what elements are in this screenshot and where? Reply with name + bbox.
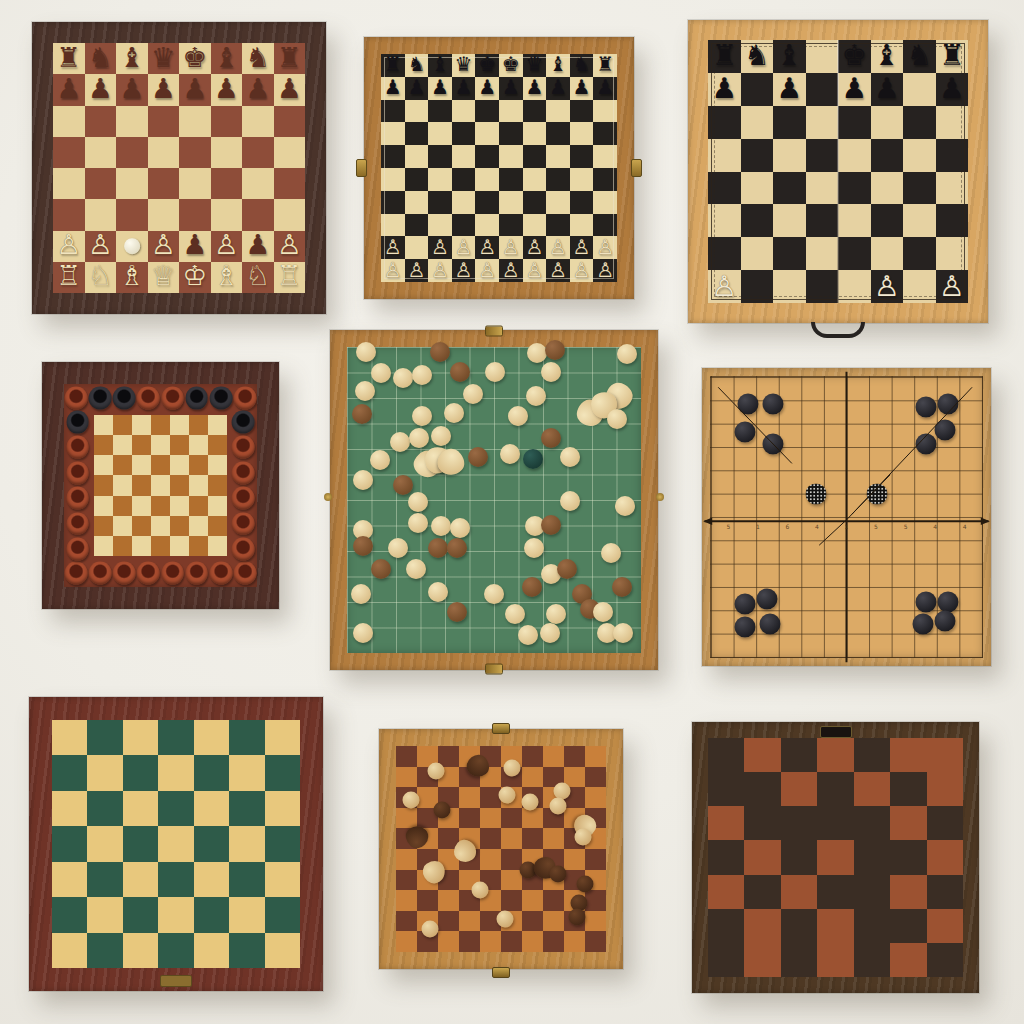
board-square [87, 933, 122, 968]
game-piece-black-stone [760, 614, 781, 635]
chess-piece: ♞ [744, 41, 770, 70]
board-square [708, 943, 744, 977]
game-piece-cream [560, 447, 580, 467]
game-piece-black-stone [738, 394, 759, 415]
board-square [381, 100, 405, 123]
board-square [741, 106, 774, 139]
board-square [744, 772, 780, 806]
board-square [208, 496, 227, 516]
chess-piece: ♗ [214, 263, 239, 291]
board-square [744, 806, 780, 840]
board-square [179, 199, 211, 230]
board-square [151, 415, 170, 435]
green-felt-grid-board [330, 330, 658, 670]
board-square [242, 199, 274, 230]
board-square [189, 536, 208, 556]
chess-piece: ♛ [455, 55, 473, 75]
game-piece-cream [497, 911, 514, 928]
board-square [405, 100, 429, 123]
game-piece-cream [463, 384, 483, 404]
board-square [53, 137, 85, 168]
plaque-top [820, 726, 852, 738]
board-square [546, 191, 570, 214]
board-square [452, 100, 476, 123]
chess-piece: ♝ [431, 55, 449, 75]
board-square [708, 909, 744, 943]
board-square [52, 933, 87, 968]
tray-piece-brown [232, 411, 255, 434]
board-square [501, 808, 522, 829]
game-piece-brown [577, 876, 594, 893]
board-square [94, 455, 113, 475]
board-square [428, 191, 452, 214]
board-square [179, 168, 211, 199]
board-square [903, 73, 936, 106]
board-square [546, 145, 570, 168]
game-piece-cream [450, 518, 470, 538]
game-piece-cream [431, 516, 451, 536]
game-piece-cream [500, 444, 520, 464]
chess-piece: ♟ [525, 77, 543, 97]
checkerboard-green-gold [29, 697, 323, 991]
game-piece-black-stone [912, 614, 933, 635]
chess-piece: ♗ [119, 263, 144, 291]
game-piece-brown [352, 404, 372, 424]
board-square [546, 122, 570, 145]
chess-piece: ♙ [151, 231, 176, 259]
board-square [854, 875, 890, 909]
board-square [189, 455, 208, 475]
board-square [438, 931, 459, 952]
board-square [94, 475, 113, 495]
board-square [274, 106, 306, 137]
game-piece-cream [613, 623, 633, 643]
axis-number: 5 [874, 523, 878, 530]
checkerboard-box-oak [379, 729, 623, 969]
board-square [189, 496, 208, 516]
board-square [194, 720, 229, 755]
board-square [151, 435, 170, 455]
board-square [936, 139, 969, 172]
board-square [123, 826, 158, 861]
board-square [158, 933, 193, 968]
board-square [871, 237, 904, 270]
board-square [708, 738, 744, 772]
board-square [396, 767, 417, 788]
board-square [890, 943, 926, 977]
chess-piece: ♞ [88, 44, 113, 72]
game-piece-cream [355, 381, 375, 401]
board-square [708, 237, 741, 270]
board-square [208, 435, 227, 455]
board-square [148, 106, 180, 137]
tray-piece-maroon-cup [89, 561, 112, 584]
tray-piece-maroon-cup [234, 387, 257, 410]
board-square [52, 755, 87, 790]
board-square [151, 475, 170, 495]
chess-piece: ♙ [874, 271, 900, 300]
chess-piece: ♙ [431, 260, 449, 280]
board-square [151, 516, 170, 536]
chess-piece: ♜ [711, 41, 737, 70]
board-square [189, 435, 208, 455]
board-square [396, 849, 417, 870]
chess-piece: ♟ [151, 75, 176, 103]
board-square [927, 738, 963, 772]
board-square [208, 516, 227, 536]
game-piece-black-stone [937, 591, 958, 612]
game-piece-cream [444, 403, 464, 423]
game-piece-speckled-stone [866, 484, 887, 505]
board-square [871, 106, 904, 139]
game-piece-cream [546, 604, 566, 624]
game-piece-brown [557, 559, 577, 579]
game-piece-black-stone [915, 433, 936, 454]
game-piece-brown [353, 536, 373, 556]
game-piece-cream [409, 428, 429, 448]
board-square [242, 137, 274, 168]
board-square [396, 746, 417, 767]
chess-board-oak-10x10: ♜♞♝♛♚♚♛♝♞♜♟♟♟♟♟♟♟♟♟♟♙♙♙♙♙♙♙♙♙♙♙♙♙♙♙♙♙♙♙ [364, 37, 634, 299]
board-square [741, 237, 774, 270]
board-square [113, 536, 132, 556]
board-square [522, 746, 543, 767]
board-square [158, 791, 193, 826]
chess-piece: ♙ [88, 231, 113, 259]
board-square [741, 139, 774, 172]
chess-piece: ♙ [277, 231, 302, 259]
board-square [52, 862, 87, 897]
hinge-top [485, 326, 503, 337]
board-square [151, 536, 170, 556]
clasp-bottom [492, 967, 510, 978]
chess-piece: ♜ [277, 44, 302, 72]
board-square [781, 806, 817, 840]
small-disc-piece [124, 238, 140, 254]
checkerboard-rustic-surface [708, 738, 963, 977]
chess-piece: ♝ [874, 41, 900, 70]
chess-piece: ♟ [56, 75, 81, 103]
board-square [475, 145, 499, 168]
chess-piece: ♙ [596, 237, 614, 257]
game-piece-speckled-stone [806, 484, 827, 505]
board-square [94, 516, 113, 536]
board-square [838, 270, 871, 303]
game-piece-cream [615, 496, 635, 516]
board-square [854, 943, 890, 977]
board-square [405, 214, 429, 237]
game-piece-brown [541, 515, 561, 535]
board-square [903, 204, 936, 237]
board-square [871, 139, 904, 172]
board-square [194, 897, 229, 932]
board-square [148, 199, 180, 230]
chess-piece: ♝ [214, 44, 239, 72]
game-piece-cream [503, 759, 520, 776]
board-square [523, 100, 547, 123]
board-square [741, 73, 774, 106]
board-square [85, 199, 117, 230]
board-square [927, 806, 963, 840]
board-square [854, 738, 890, 772]
chess-piece: ♙ [502, 260, 520, 280]
board-square [194, 826, 229, 861]
chess-piece: ♟ [549, 77, 567, 97]
board-square [927, 772, 963, 806]
tray-piece-brown [185, 387, 208, 410]
board-square [87, 862, 122, 897]
fold-line [837, 40, 839, 303]
game-piece-brown [428, 538, 448, 558]
board-square [744, 943, 780, 977]
tray-piece-maroon-cup [66, 436, 89, 459]
chess-piece: ♟ [182, 75, 207, 103]
board-square [381, 191, 405, 214]
board-square [132, 475, 151, 495]
board-square [132, 536, 151, 556]
game-piece-cream [601, 543, 621, 563]
board-square [208, 455, 227, 475]
chess-piece: ♚ [182, 44, 207, 72]
board-square [405, 236, 429, 259]
board-square [523, 214, 547, 237]
board-square [522, 890, 543, 911]
chess-piece: ♙ [56, 231, 81, 259]
board-square [381, 145, 405, 168]
chess-piece: ♙ [596, 260, 614, 280]
game-piece-cream [428, 582, 448, 602]
tray-piece-brown [209, 387, 232, 410]
checkerboard-box-surface [396, 746, 606, 952]
board-square [522, 828, 543, 849]
tray-piece-maroon-cup [137, 387, 160, 410]
chess-piece: ♟ [407, 77, 425, 97]
board-square [543, 890, 564, 911]
board-square [854, 772, 890, 806]
board-square [189, 475, 208, 495]
game-piece-cream [527, 343, 547, 363]
board-square [475, 168, 499, 191]
board-square [741, 172, 774, 205]
board-square [381, 168, 405, 191]
board-square [927, 875, 963, 909]
board-square [208, 536, 227, 556]
board-square [927, 840, 963, 874]
axis-number-labels: 516415544 [726, 523, 966, 530]
board-square [936, 237, 969, 270]
chess-piece: ♙ [214, 231, 239, 259]
board-square [499, 145, 523, 168]
board-square [265, 897, 300, 932]
board-square [564, 746, 585, 767]
board-square [480, 787, 501, 808]
game-piece-cream [402, 791, 419, 808]
board-square [522, 931, 543, 952]
board-square [194, 791, 229, 826]
chess-board-oak-surface: ♜♞♝♛♚♚♛♝♞♜♟♟♟♟♟♟♟♟♟♟♙♙♙♙♙♙♙♙♙♙♙♙♙♙♙♙♙♙♙ [381, 54, 617, 282]
game-piece-cream [393, 368, 413, 388]
board-square [773, 270, 806, 303]
board-square [903, 172, 936, 205]
board-square [94, 415, 113, 435]
chess-piece: ♙ [549, 237, 567, 257]
board-square [543, 931, 564, 952]
game-piece-cream [431, 426, 451, 446]
game-piece-black-stone [757, 588, 778, 609]
chess-piece: ♙ [384, 237, 402, 257]
board-square [501, 890, 522, 911]
chess-piece: ♙ [573, 260, 591, 280]
board-square [428, 100, 452, 123]
chess-piece: ♟ [502, 77, 520, 97]
game-piece-cream [617, 344, 637, 364]
chess-piece: ♜ [384, 55, 402, 75]
board-square [229, 897, 264, 932]
chess-piece: ♜ [56, 44, 81, 72]
board-square [854, 840, 890, 874]
game-piece-cream [522, 793, 539, 810]
chess-piece: ♜ [939, 41, 965, 70]
board-square [501, 828, 522, 849]
tray-piece-maroon-cup [234, 561, 257, 584]
checkerboard-rustic-dark [692, 722, 979, 993]
board-square [543, 911, 564, 932]
tray-piece-maroon-cup [161, 561, 184, 584]
pin-right [656, 493, 664, 501]
game-piece-brown [447, 538, 467, 558]
game-boards-photo: ♜♞♝♛♚♝♞♜♟♟♟♟♟♟♟♟♙♙♙♙♙♖♘♗♕♔♗♘♖♟♟ ♜♞♝♛♚♚♛♝… [0, 0, 1024, 1024]
green-felt-surface [347, 347, 641, 653]
axis-number: 4 [963, 523, 967, 530]
board-square [475, 214, 499, 237]
game-piece-brown [468, 447, 488, 467]
board-square [744, 875, 780, 909]
game-piece-cream [421, 921, 438, 938]
board-square [773, 139, 806, 172]
game-piece-cream [408, 513, 428, 533]
board-square [116, 168, 148, 199]
board-square [265, 933, 300, 968]
board-square [806, 139, 839, 172]
board-square [744, 840, 780, 874]
board-square [229, 791, 264, 826]
board-square [806, 40, 839, 73]
tray-piece-maroon-cup [232, 436, 255, 459]
tray-piece-maroon-cup [232, 461, 255, 484]
game-piece-cream [388, 538, 408, 558]
axis-number: 5 [904, 523, 908, 530]
game-piece-cream [549, 797, 566, 814]
game-piece-cream [390, 432, 410, 452]
chess-piece: ♟ [776, 74, 802, 103]
board-square [927, 909, 963, 943]
board-square [708, 806, 744, 840]
board-square [208, 415, 227, 435]
board-square [158, 897, 193, 932]
board-square [87, 826, 122, 861]
board-square [179, 106, 211, 137]
board-square [116, 199, 148, 230]
board-square [744, 909, 780, 943]
board-square [242, 168, 274, 199]
board-square [593, 191, 617, 214]
game-piece-black-stone [735, 616, 756, 637]
game-piece-cream [560, 491, 580, 511]
board-square [936, 106, 969, 139]
game-piece-black-stone [762, 433, 783, 454]
axis-number: 1 [845, 523, 849, 530]
chess-piece: ♚ [502, 55, 520, 75]
game-piece-brown [568, 908, 585, 925]
board-square [151, 455, 170, 475]
board-square [452, 191, 476, 214]
game-piece-black-stone [762, 394, 783, 415]
chess-piece: ♟ [245, 231, 270, 259]
board-square [543, 746, 564, 767]
board-square [132, 455, 151, 475]
board-square [570, 191, 594, 214]
board-square [123, 862, 158, 897]
tray-piece-maroon-cup [66, 538, 89, 561]
board-square [871, 172, 904, 205]
board-square [265, 862, 300, 897]
chess-piece: ♙ [455, 237, 473, 257]
board-square [708, 139, 741, 172]
chess-piece: ♟ [711, 74, 737, 103]
game-piece-black-stone [934, 419, 955, 440]
game-piece-cream [371, 363, 391, 383]
game-piece-brown [522, 577, 542, 597]
board-square [499, 214, 523, 237]
axis-number: 4 [815, 523, 819, 530]
board-square [123, 755, 158, 790]
checkers-tray-mahogany [42, 362, 279, 609]
board-square [123, 933, 158, 968]
axis-number: 1 [756, 523, 760, 530]
board-square [781, 840, 817, 874]
axis-number: 4 [933, 523, 937, 530]
board-square [428, 168, 452, 191]
chess-piece: ♙ [502, 237, 520, 257]
board-square [543, 828, 564, 849]
board-square [405, 122, 429, 145]
game-piece-cream [356, 342, 376, 362]
game-piece-cream [508, 406, 528, 426]
board-square [417, 890, 438, 911]
board-square [585, 890, 606, 911]
chess-piece: ♜ [596, 55, 614, 75]
board-square [229, 720, 264, 755]
board-square [189, 415, 208, 435]
board-square [123, 720, 158, 755]
board-square [546, 214, 570, 237]
board-square [817, 840, 853, 874]
board-square [890, 909, 926, 943]
board-square [480, 828, 501, 849]
tray-piece-maroon-cup [65, 561, 88, 584]
game-piece-cream [593, 602, 613, 622]
board-square [773, 237, 806, 270]
board-square [475, 122, 499, 145]
tray-piece-maroon-cup [66, 512, 89, 535]
tray-piece-brown [89, 387, 112, 410]
chess-piece: ♙ [573, 237, 591, 257]
board-square [53, 168, 85, 199]
board-square [113, 455, 132, 475]
hinge-left [356, 159, 367, 177]
board-square [781, 943, 817, 977]
chess-piece: ♙ [407, 260, 425, 280]
